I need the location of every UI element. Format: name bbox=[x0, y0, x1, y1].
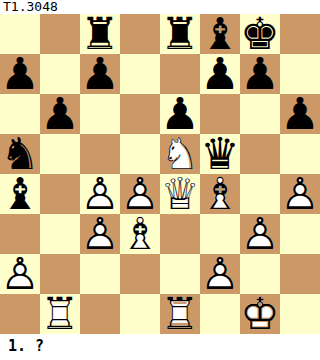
square-b8[interactable] bbox=[40, 14, 80, 54]
white-queen-piece: ♛♕ bbox=[160, 174, 200, 214]
square-h1[interactable] bbox=[280, 294, 320, 334]
move-prompt: 1. ? bbox=[8, 336, 44, 356]
square-f2[interactable]: ♟♙ bbox=[200, 254, 240, 294]
chess-diagram-window: T1.3048 ♜♜♝♚♟♟♟♟♟♟♟♞♞♘♛♝♟♙♟♙♛♕♝♗♟♙♟♙♝♗♟♙… bbox=[0, 0, 320, 360]
square-h6[interactable]: ♟ bbox=[280, 94, 320, 134]
square-d2[interactable] bbox=[120, 254, 160, 294]
square-a7[interactable]: ♟ bbox=[0, 54, 40, 94]
black-rook-piece: ♜ bbox=[160, 14, 200, 54]
white-pawn-piece: ♟♙ bbox=[280, 174, 320, 214]
black-bishop-piece: ♝ bbox=[0, 174, 40, 214]
square-e1[interactable]: ♜♖ bbox=[160, 294, 200, 334]
white-rook-piece: ♜♖ bbox=[40, 294, 80, 334]
black-pawn-piece: ♟ bbox=[240, 54, 280, 94]
square-f4[interactable]: ♝♗ bbox=[200, 174, 240, 214]
black-pawn-piece: ♟ bbox=[40, 94, 80, 134]
square-b5[interactable] bbox=[40, 134, 80, 174]
square-h8[interactable] bbox=[280, 14, 320, 54]
black-pawn-piece: ♟ bbox=[80, 54, 120, 94]
square-c6[interactable] bbox=[80, 94, 120, 134]
white-bishop-piece: ♝♗ bbox=[200, 174, 240, 214]
square-h3[interactable] bbox=[280, 214, 320, 254]
square-g3[interactable]: ♟♙ bbox=[240, 214, 280, 254]
square-f7[interactable]: ♟ bbox=[200, 54, 240, 94]
square-b4[interactable] bbox=[40, 174, 80, 214]
square-c2[interactable] bbox=[80, 254, 120, 294]
square-b3[interactable] bbox=[40, 214, 80, 254]
square-a1[interactable] bbox=[0, 294, 40, 334]
square-d6[interactable] bbox=[120, 94, 160, 134]
square-b6[interactable]: ♟ bbox=[40, 94, 80, 134]
white-rook-piece: ♜♖ bbox=[160, 294, 200, 334]
square-b1[interactable]: ♜♖ bbox=[40, 294, 80, 334]
square-a2[interactable]: ♟♙ bbox=[0, 254, 40, 294]
square-e4[interactable]: ♛♕ bbox=[160, 174, 200, 214]
square-c7[interactable]: ♟ bbox=[80, 54, 120, 94]
white-pawn-piece: ♟♙ bbox=[200, 254, 240, 294]
chess-board: ♜♜♝♚♟♟♟♟♟♟♟♞♞♘♛♝♟♙♟♙♛♕♝♗♟♙♟♙♝♗♟♙♟♙♟♙♜♖♜♖… bbox=[0, 14, 320, 334]
square-a4[interactable]: ♝ bbox=[0, 174, 40, 214]
square-g5[interactable] bbox=[240, 134, 280, 174]
square-g1[interactable]: ♚♔ bbox=[240, 294, 280, 334]
square-g7[interactable]: ♟ bbox=[240, 54, 280, 94]
square-d3[interactable]: ♝♗ bbox=[120, 214, 160, 254]
square-f1[interactable] bbox=[200, 294, 240, 334]
black-pawn-piece: ♟ bbox=[200, 54, 240, 94]
white-pawn-piece: ♟♙ bbox=[0, 254, 40, 294]
white-pawn-piece: ♟♙ bbox=[80, 214, 120, 254]
square-h4[interactable]: ♟♙ bbox=[280, 174, 320, 214]
white-pawn-piece: ♟♙ bbox=[240, 214, 280, 254]
square-d8[interactable] bbox=[120, 14, 160, 54]
square-d1[interactable] bbox=[120, 294, 160, 334]
square-e3[interactable] bbox=[160, 214, 200, 254]
square-h2[interactable] bbox=[280, 254, 320, 294]
square-e8[interactable]: ♜ bbox=[160, 14, 200, 54]
square-c1[interactable] bbox=[80, 294, 120, 334]
square-g6[interactable] bbox=[240, 94, 280, 134]
white-bishop-piece: ♝♗ bbox=[120, 214, 160, 254]
black-pawn-piece: ♟ bbox=[0, 54, 40, 94]
square-c3[interactable]: ♟♙ bbox=[80, 214, 120, 254]
puzzle-id: T1.3048 bbox=[3, 0, 58, 14]
square-d7[interactable] bbox=[120, 54, 160, 94]
white-king-piece: ♚♔ bbox=[240, 294, 280, 334]
black-pawn-piece: ♟ bbox=[280, 94, 320, 134]
